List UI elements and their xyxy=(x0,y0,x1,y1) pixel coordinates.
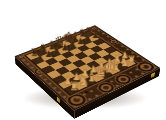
square: ♟ xyxy=(48,50,61,57)
chess-piece-white-p: ♟ xyxy=(120,51,130,60)
chess-piece-white-p: ♟ xyxy=(104,58,114,67)
chess-piece-white-r: ♜ xyxy=(126,54,136,65)
product-photo-scene: ♜♞♝♛♚♝♞♜♟♟♟♟♟♟♟♟♟♟♟♟♟♟♟♟♜♞♝♛♚♝♞♜ xyxy=(0,0,166,120)
carved-rosette-ornament xyxy=(89,26,99,31)
chess-piece-white-p: ♟ xyxy=(88,65,98,74)
brass-latch xyxy=(151,72,155,78)
square: ♟ xyxy=(84,69,98,77)
